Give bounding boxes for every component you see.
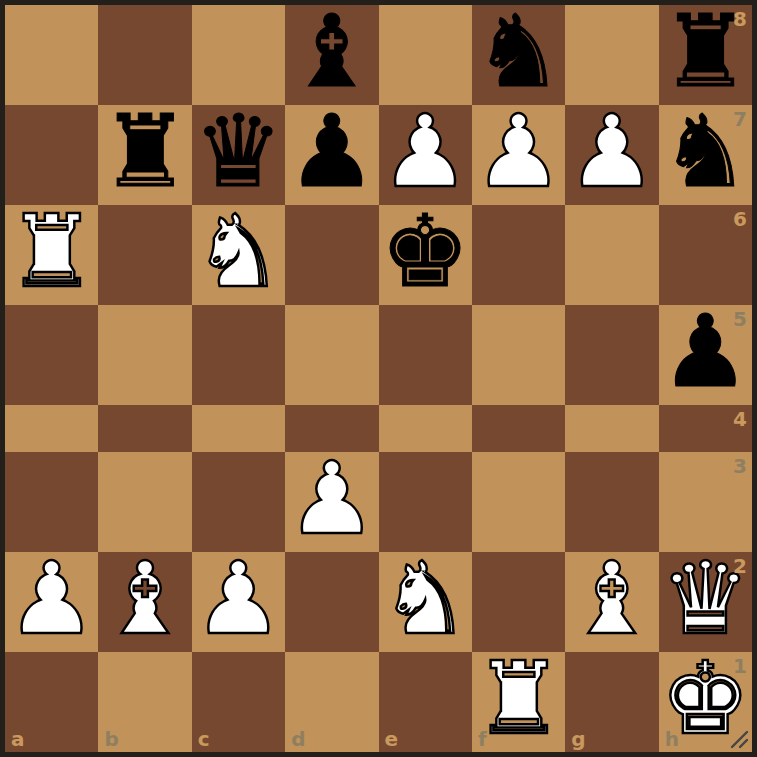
square-c4[interactable] — [192, 405, 285, 452]
square-g3[interactable] — [565, 452, 658, 552]
square-a8[interactable] — [5, 5, 98, 105]
file-label-c: c — [198, 729, 210, 749]
square-h5[interactable]: ♟5 — [659, 305, 752, 405]
square-e7[interactable]: ♟ — [379, 105, 472, 205]
file-label-b: b — [104, 729, 118, 749]
rank-label-5: 5 — [733, 309, 747, 329]
square-g5[interactable] — [565, 305, 658, 405]
square-d5[interactable] — [285, 305, 378, 405]
square-c7[interactable]: ♛ — [192, 105, 285, 205]
square-d3[interactable]: ♟ — [285, 452, 378, 552]
square-f1[interactable]: ♜f — [472, 652, 565, 752]
square-g1[interactable]: g — [565, 652, 658, 752]
square-a3[interactable] — [5, 452, 98, 552]
white-bishop[interactable]: ♝ — [567, 549, 657, 649]
square-e4[interactable] — [379, 405, 472, 452]
rank-label-6: 6 — [733, 209, 747, 229]
square-b2[interactable]: ♝ — [98, 552, 191, 652]
square-a4[interactable] — [5, 405, 98, 452]
square-b4[interactable] — [98, 405, 191, 452]
rank-label-4: 4 — [733, 409, 747, 429]
square-h1[interactable]: ♚1h — [659, 652, 752, 752]
white-rook[interactable]: ♜ — [7, 202, 97, 302]
square-f2[interactable] — [472, 552, 565, 652]
white-pawn[interactable]: ♟ — [474, 102, 564, 202]
square-e1[interactable]: e — [379, 652, 472, 752]
chess-board-frame: ♝♞♜8♜♛♟♟♟♟♞7♜♞♚6♟54♟3♟♝♟♞♝♛2abcde♜fg♚1h — [0, 0, 757, 757]
black-pawn[interactable]: ♟ — [287, 102, 377, 202]
square-f8[interactable]: ♞ — [472, 5, 565, 105]
white-pawn[interactable]: ♟ — [380, 102, 470, 202]
square-g2[interactable]: ♝ — [565, 552, 658, 652]
black-bishop[interactable]: ♝ — [287, 2, 377, 102]
file-label-g: g — [571, 729, 585, 749]
square-a5[interactable] — [5, 305, 98, 405]
square-f7[interactable]: ♟ — [472, 105, 565, 205]
square-a6[interactable]: ♜ — [5, 205, 98, 305]
square-a1[interactable]: a — [5, 652, 98, 752]
square-b8[interactable] — [98, 5, 191, 105]
square-d4[interactable] — [285, 405, 378, 452]
square-h6[interactable]: 6 — [659, 205, 752, 305]
square-f3[interactable] — [472, 452, 565, 552]
black-knight[interactable]: ♞ — [474, 2, 564, 102]
square-c8[interactable] — [192, 5, 285, 105]
square-d7[interactable]: ♟ — [285, 105, 378, 205]
square-e3[interactable] — [379, 452, 472, 552]
square-c6[interactable]: ♞ — [192, 205, 285, 305]
square-g7[interactable]: ♟ — [565, 105, 658, 205]
rank-label-8: 8 — [733, 9, 747, 29]
square-d1[interactable]: d — [285, 652, 378, 752]
rank-label-1: 1 — [733, 656, 747, 676]
square-e8[interactable] — [379, 5, 472, 105]
black-king[interactable]: ♚ — [380, 202, 470, 302]
rank-label-2: 2 — [733, 556, 747, 576]
square-c5[interactable] — [192, 305, 285, 405]
square-c3[interactable] — [192, 452, 285, 552]
rank-label-7: 7 — [733, 109, 747, 129]
square-a7[interactable] — [5, 105, 98, 205]
square-b7[interactable]: ♜ — [98, 105, 191, 205]
square-b6[interactable] — [98, 205, 191, 305]
square-b1[interactable]: b — [98, 652, 191, 752]
square-e6[interactable]: ♚ — [379, 205, 472, 305]
black-rook[interactable]: ♜ — [660, 2, 750, 102]
white-knight[interactable]: ♞ — [194, 202, 284, 302]
file-label-h: h — [665, 729, 679, 749]
square-g4[interactable] — [565, 405, 658, 452]
resize-handle-icon[interactable] — [728, 728, 750, 750]
square-h7[interactable]: ♞7 — [659, 105, 752, 205]
square-d2[interactable] — [285, 552, 378, 652]
square-g6[interactable] — [565, 205, 658, 305]
white-rook[interactable]: ♜ — [474, 649, 564, 749]
square-h3[interactable]: 3 — [659, 452, 752, 552]
square-e2[interactable]: ♞ — [379, 552, 472, 652]
white-knight[interactable]: ♞ — [380, 549, 470, 649]
square-f6[interactable] — [472, 205, 565, 305]
square-f4[interactable] — [472, 405, 565, 452]
square-e5[interactable] — [379, 305, 472, 405]
file-label-e: e — [385, 729, 399, 749]
square-f5[interactable] — [472, 305, 565, 405]
rank-label-3: 3 — [733, 456, 747, 476]
square-c1[interactable]: c — [192, 652, 285, 752]
square-h4[interactable]: 4 — [659, 405, 752, 452]
white-pawn[interactable]: ♟ — [287, 449, 377, 549]
square-c2[interactable]: ♟ — [192, 552, 285, 652]
white-pawn[interactable]: ♟ — [7, 549, 97, 649]
white-pawn[interactable]: ♟ — [567, 102, 657, 202]
file-label-f: f — [478, 729, 487, 749]
square-g8[interactable] — [565, 5, 658, 105]
file-label-a: a — [11, 729, 25, 749]
square-h2[interactable]: ♛2 — [659, 552, 752, 652]
file-label-d: d — [291, 729, 305, 749]
chess-board: ♝♞♜8♜♛♟♟♟♟♞7♜♞♚6♟54♟3♟♝♟♞♝♛2abcde♜fg♚1h — [5, 5, 752, 752]
square-b3[interactable] — [98, 452, 191, 552]
white-queen[interactable]: ♛ — [660, 549, 750, 649]
square-a2[interactable]: ♟ — [5, 552, 98, 652]
square-b5[interactable] — [98, 305, 191, 405]
black-queen[interactable]: ♛ — [194, 102, 284, 202]
white-pawn[interactable]: ♟ — [194, 549, 284, 649]
black-pawn[interactable]: ♟ — [660, 302, 750, 402]
black-rook[interactable]: ♜ — [100, 102, 190, 202]
square-d6[interactable] — [285, 205, 378, 305]
white-bishop[interactable]: ♝ — [100, 549, 190, 649]
square-h8[interactable]: ♜8 — [659, 5, 752, 105]
square-d8[interactable]: ♝ — [285, 5, 378, 105]
black-knight[interactable]: ♞ — [660, 102, 750, 202]
